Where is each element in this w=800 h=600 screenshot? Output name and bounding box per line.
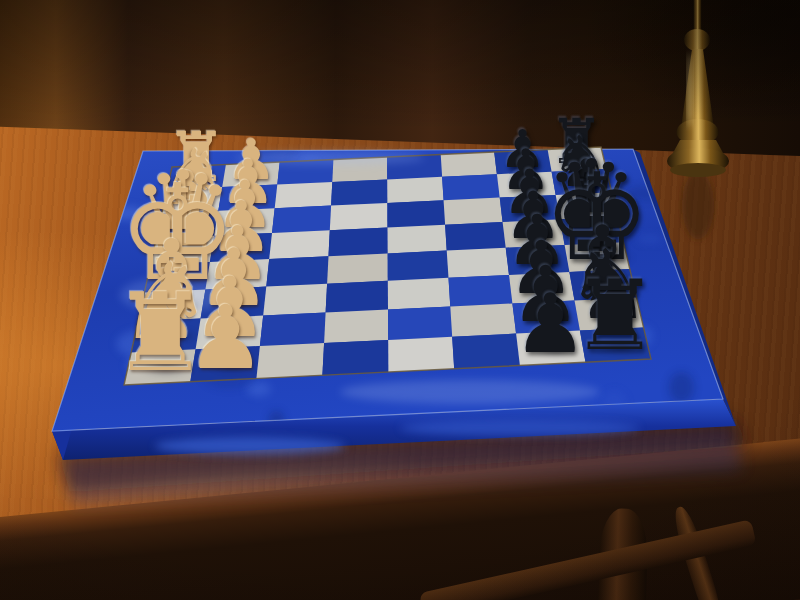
photo-scene: ♜♟♟♜♞♟♟♞♝♟♟♝♛♟♟♛♚♟♟♚♝♟♟♝♞♟♟♞♜♟♟♜ [0, 0, 800, 600]
chess-board [0, 0, 800, 600]
